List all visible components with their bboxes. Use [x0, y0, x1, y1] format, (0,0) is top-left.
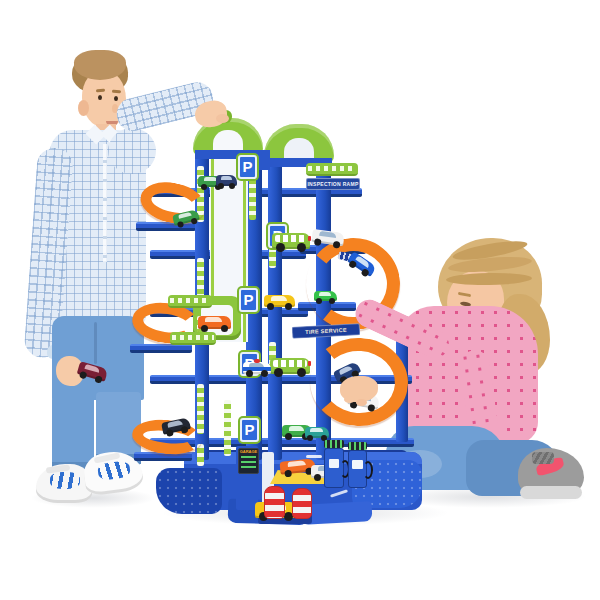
- guard-rail-slats: [172, 335, 214, 340]
- pillar-light-strip: [197, 384, 204, 434]
- car-wheel-rear: [329, 298, 335, 304]
- boy-shirt-buttons: [103, 144, 107, 262]
- bus-windows: [275, 235, 307, 242]
- gas-pump-sign: [348, 442, 367, 450]
- gas-pump-screen: [329, 459, 340, 469]
- car-wash-roller: [292, 488, 312, 519]
- toy-car: [272, 233, 310, 249]
- garage-price-board-title: GARAGE: [239, 449, 258, 455]
- gas-pump-hose: [363, 461, 373, 479]
- toy-car: [311, 229, 344, 246]
- toy-car: [216, 175, 237, 186]
- gas-pump-screen: [352, 460, 362, 469]
- boy-right-hand-fingers: [216, 114, 229, 123]
- boy-hair: [74, 50, 126, 80]
- elevator-rail-right: [243, 156, 246, 342]
- girl-shoe-sole: [520, 486, 582, 499]
- car-wheel-front: [201, 184, 207, 190]
- police-light: [254, 359, 260, 363]
- car-window: [221, 176, 232, 181]
- garage-price-board: GARAGE: [238, 448, 259, 474]
- car-wheel-front: [284, 470, 292, 478]
- garage-price-board-rows: [241, 456, 256, 471]
- toy-car: [305, 427, 329, 438]
- gas-pump: [348, 450, 367, 488]
- toy-car: [198, 316, 231, 329]
- guard-rail-slats: [170, 298, 210, 303]
- garage-pillar: [268, 162, 282, 460]
- garage-left-deck: [156, 468, 222, 514]
- bus-windows: [273, 360, 307, 367]
- guard-rail: [306, 163, 358, 176]
- inspection-ramp-sign: INSPECTION RAMP: [306, 178, 360, 190]
- car-wheel-front: [285, 433, 292, 440]
- car-wheel-rear: [221, 325, 228, 332]
- car-wash-roller: [264, 486, 285, 519]
- guard-rail: [168, 295, 212, 308]
- boy-eye-left: [98, 95, 102, 100]
- boy-shoulder: [108, 128, 156, 174]
- car-window: [319, 292, 331, 296]
- toy-car: [270, 358, 310, 374]
- gas-pump-sign: [324, 440, 344, 448]
- car-window: [310, 428, 322, 433]
- toy-car: [314, 291, 337, 301]
- boy-eye-right: [114, 96, 118, 101]
- boy-shoe-stripes-left: [50, 472, 80, 489]
- car-window: [271, 296, 287, 301]
- guard-rail: [170, 332, 216, 345]
- car-window: [205, 317, 222, 322]
- parking-sign: P: [240, 418, 259, 442]
- car-window: [204, 177, 217, 182]
- tower-top-connector: [258, 150, 270, 170]
- guard-rail-slats: [308, 166, 356, 171]
- car-wheel-rear: [229, 183, 235, 189]
- boy-ear: [78, 100, 89, 116]
- car-wheel-front: [274, 368, 283, 377]
- boy-eyebrow-right: [112, 90, 121, 94]
- girl-shoe-laces: [532, 452, 554, 464]
- car-window: [289, 426, 305, 431]
- parking-sign: P: [239, 288, 258, 312]
- car-wheel-front: [246, 370, 253, 377]
- garage-floor: [130, 344, 192, 353]
- car-wheel-rear: [285, 303, 292, 310]
- gas-pump: [324, 448, 344, 488]
- bus-taillight: [308, 236, 311, 241]
- toy-car: [264, 295, 295, 307]
- parking-sign: P: [238, 155, 257, 179]
- boy-jeans-seam: [94, 322, 97, 364]
- car-wheel-front: [276, 243, 285, 252]
- car-wheel-rear: [297, 368, 306, 377]
- car-window: [319, 231, 336, 239]
- car-window: [287, 460, 306, 467]
- toy-car: [243, 362, 271, 374]
- tire-service-sign: TIRE SERVICE: [292, 323, 361, 339]
- scene: INSPECTION RAMP TIRE SERVICE GARAGE PPPP…: [0, 0, 600, 600]
- pillar-light-strip: [224, 400, 231, 456]
- girl-hand-fingers: [344, 396, 355, 403]
- road-marking: [306, 455, 322, 458]
- car-window: [167, 419, 182, 427]
- car-window: [178, 211, 192, 219]
- girl-hand-fingers: [356, 399, 367, 406]
- bus-taillight: [308, 361, 311, 366]
